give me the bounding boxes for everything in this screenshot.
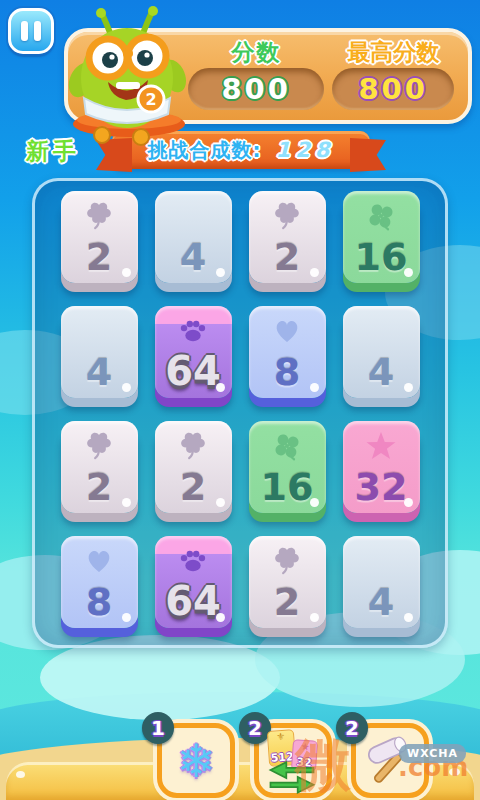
freeze-powerup-button[interactable]: 1 ❄	[157, 723, 235, 798]
fleur-icon: ⚜	[276, 731, 286, 742]
tile-value: 2	[274, 238, 300, 276]
heart-icon	[82, 545, 116, 577]
star-icon	[364, 430, 398, 462]
tile-value: 8	[274, 353, 300, 391]
hammer-icon	[361, 732, 419, 790]
tile-r1c3[interactable]: 2	[249, 191, 326, 283]
leaf-icon	[82, 430, 116, 462]
paw-icon	[176, 545, 210, 577]
mascot-character: 2	[46, 6, 208, 146]
tile-board[interactable]: 242164648422163286424	[32, 178, 448, 648]
tile-gloss	[216, 268, 225, 277]
tile-value: 32	[355, 468, 408, 506]
score-oval: 800	[188, 68, 324, 110]
tile-r2c1[interactable]: 4	[61, 306, 138, 398]
leaf-icon	[270, 545, 304, 577]
freeze-count-badge: 1	[142, 712, 174, 744]
tile-gloss	[310, 383, 319, 392]
tile-r2c3[interactable]: 8	[249, 306, 326, 398]
clover-icon	[270, 430, 304, 462]
swap-powerup-button[interactable]: 2 ⚜ 512 ★ 32	[254, 723, 332, 798]
challenge-target-value: 128	[276, 138, 335, 162]
best-score-value: 800	[358, 75, 428, 104]
tile-value: 4	[180, 238, 206, 276]
snowflake-icon: ❄	[177, 738, 216, 784]
tile-gloss	[122, 268, 131, 277]
tile-gloss	[310, 613, 319, 622]
tile-value: 64	[165, 351, 221, 391]
tile-value: 2	[86, 468, 112, 506]
clover-icon	[364, 200, 398, 232]
tile-r3c3[interactable]: 16	[249, 421, 326, 513]
tile-gloss	[122, 383, 131, 392]
leaf-icon	[270, 200, 304, 232]
swap-icon: ⚜ 512 ★ 32	[261, 730, 325, 792]
game-screen: 分数 800 最高分数 800 2 新手	[0, 0, 480, 800]
swap-arrows-icon	[262, 761, 322, 795]
rank-label: 新手	[26, 136, 80, 167]
tile-r4c3[interactable]: 2	[249, 536, 326, 628]
moon-icon	[82, 315, 116, 347]
mascot-badge-text: 2	[145, 90, 156, 109]
tile-value: 2	[86, 238, 112, 276]
pause-icon	[21, 21, 28, 41]
tile-r1c1[interactable]: 2	[61, 191, 138, 283]
tile-value: 64	[165, 581, 221, 621]
best-score-oval: 800	[332, 68, 454, 110]
tile-value: 4	[368, 583, 394, 621]
tile-r2c2[interactable]: 64	[155, 306, 232, 398]
leaf-icon	[176, 430, 210, 462]
tile-value: 4	[86, 353, 112, 391]
best-score-block: 最高分数 800	[328, 38, 458, 112]
moon-icon	[364, 545, 398, 577]
score-label: 分数	[231, 40, 281, 65]
tile-r4c4[interactable]: 4	[343, 536, 420, 628]
tile-r4c1[interactable]: 8	[61, 536, 138, 628]
tile-gloss	[310, 498, 319, 507]
tile-r1c4[interactable]: 16	[343, 191, 420, 283]
tile-gloss	[310, 268, 319, 277]
hammer-powerup-button[interactable]: 2	[351, 723, 429, 798]
heart-icon	[270, 315, 304, 347]
tile-gloss	[404, 498, 413, 507]
tile-gloss	[216, 613, 225, 622]
tile-value: 16	[261, 468, 314, 506]
tile-value: 2	[274, 583, 300, 621]
tile-gloss	[122, 498, 131, 507]
tile-value: 2	[180, 468, 206, 506]
tile-r3c4[interactable]: 32	[343, 421, 420, 513]
tile-gloss	[216, 498, 225, 507]
hammer-count-badge: 2	[336, 712, 368, 744]
tile-r2c4[interactable]: 4	[343, 306, 420, 398]
moon-icon	[176, 200, 210, 232]
tile-value: 4	[368, 353, 394, 391]
star-icon: ★	[300, 741, 310, 752]
tile-r3c1[interactable]: 2	[61, 421, 138, 513]
tile-value: 8	[86, 583, 112, 621]
leaf-icon	[82, 200, 116, 232]
tile-gloss	[404, 613, 413, 622]
tile-r1c2[interactable]: 4	[155, 191, 232, 283]
moon-icon	[364, 315, 398, 347]
tile-value: 16	[355, 238, 408, 276]
tile-gloss	[404, 383, 413, 392]
tile-gloss	[404, 268, 413, 277]
tile-r3c2[interactable]: 2	[155, 421, 232, 513]
paw-icon	[176, 315, 210, 347]
tile-gloss	[216, 383, 225, 392]
best-score-label: 最高分数	[347, 40, 439, 65]
tile-r4c2[interactable]: 64	[155, 536, 232, 628]
score-value: 800	[221, 75, 291, 104]
tile-gloss	[122, 613, 131, 622]
